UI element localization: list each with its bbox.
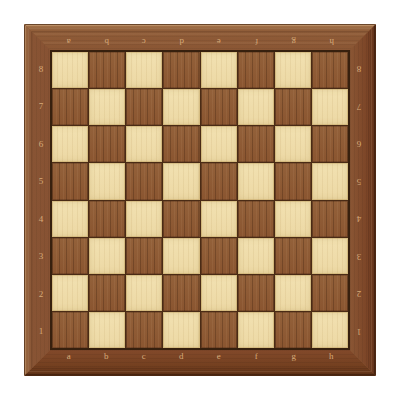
coordinate-label-d: d (163, 350, 201, 362)
coordinate-label-a: a (50, 350, 88, 362)
square-a7[interactable] (52, 89, 88, 125)
square-b4[interactable] (89, 201, 125, 237)
coordinate-label-f: f (238, 36, 276, 48)
square-e7[interactable] (201, 89, 237, 125)
square-a6[interactable] (52, 126, 88, 162)
rank-labels-left: 87654321 (35, 50, 47, 350)
square-e2[interactable] (201, 275, 237, 311)
square-f2[interactable] (238, 275, 274, 311)
square-d5[interactable] (163, 163, 199, 199)
square-g7[interactable] (275, 89, 311, 125)
square-a4[interactable] (52, 201, 88, 237)
coordinate-label-a: a (50, 36, 88, 48)
square-d8[interactable] (163, 52, 199, 88)
square-c6[interactable] (126, 126, 162, 162)
coordinate-label-1: 1 (353, 313, 365, 351)
square-b3[interactable] (89, 238, 125, 274)
coordinate-label-8: 8 (353, 50, 365, 88)
square-a5[interactable] (52, 163, 88, 199)
coordinate-label-2: 2 (353, 275, 365, 313)
square-h5[interactable] (312, 163, 348, 199)
coordinate-label-2: 2 (35, 275, 47, 313)
square-e5[interactable] (201, 163, 237, 199)
square-g1[interactable] (275, 312, 311, 348)
file-labels-bottom: abcdefgh (50, 350, 350, 362)
square-f5[interactable] (238, 163, 274, 199)
square-g4[interactable] (275, 201, 311, 237)
coordinate-label-7: 7 (353, 88, 365, 126)
square-e8[interactable] (201, 52, 237, 88)
coordinate-label-e: e (200, 36, 238, 48)
square-d4[interactable] (163, 201, 199, 237)
square-c4[interactable] (126, 201, 162, 237)
rank-labels-right: 87654321 (353, 50, 365, 350)
square-h8[interactable] (312, 52, 348, 88)
square-g5[interactable] (275, 163, 311, 199)
coordinate-label-b: b (88, 36, 126, 48)
square-a8[interactable] (52, 52, 88, 88)
coordinate-label-g: g (275, 350, 313, 362)
coordinate-label-e: e (200, 350, 238, 362)
square-d2[interactable] (163, 275, 199, 311)
square-a1[interactable] (52, 312, 88, 348)
square-f7[interactable] (238, 89, 274, 125)
square-h1[interactable] (312, 312, 348, 348)
coordinate-label-5: 5 (35, 163, 47, 201)
file-labels-top: abcdefgh (50, 36, 350, 48)
square-c1[interactable] (126, 312, 162, 348)
square-h3[interactable] (312, 238, 348, 274)
square-h7[interactable] (312, 89, 348, 125)
square-h2[interactable] (312, 275, 348, 311)
square-g2[interactable] (275, 275, 311, 311)
square-f8[interactable] (238, 52, 274, 88)
coordinate-label-6: 6 (35, 125, 47, 163)
coordinate-label-6: 6 (353, 125, 365, 163)
square-g3[interactable] (275, 238, 311, 274)
square-b8[interactable] (89, 52, 125, 88)
coordinate-label-3: 3 (35, 238, 47, 276)
square-g8[interactable] (275, 52, 311, 88)
square-f6[interactable] (238, 126, 274, 162)
coordinate-label-b: b (88, 350, 126, 362)
square-d1[interactable] (163, 312, 199, 348)
square-h4[interactable] (312, 201, 348, 237)
coordinate-label-g: g (275, 36, 313, 48)
square-a2[interactable] (52, 275, 88, 311)
coordinate-label-f: f (238, 350, 276, 362)
square-b6[interactable] (89, 126, 125, 162)
coordinate-label-4: 4 (353, 200, 365, 238)
coordinate-label-3: 3 (353, 238, 365, 276)
coordinate-label-7: 7 (35, 88, 47, 126)
square-c2[interactable] (126, 275, 162, 311)
square-c7[interactable] (126, 89, 162, 125)
square-e1[interactable] (201, 312, 237, 348)
square-c3[interactable] (126, 238, 162, 274)
square-b5[interactable] (89, 163, 125, 199)
square-e6[interactable] (201, 126, 237, 162)
square-b2[interactable] (89, 275, 125, 311)
square-f4[interactable] (238, 201, 274, 237)
coordinate-label-d: d (163, 36, 201, 48)
square-b1[interactable] (89, 312, 125, 348)
coordinate-label-c: c (125, 350, 163, 362)
coordinate-label-c: c (125, 36, 163, 48)
square-d7[interactable] (163, 89, 199, 125)
square-b7[interactable] (89, 89, 125, 125)
chess-board: abcdefgh abcdefgh 87654321 87654321 (24, 24, 376, 376)
square-c8[interactable] (126, 52, 162, 88)
square-h6[interactable] (312, 126, 348, 162)
square-g6[interactable] (275, 126, 311, 162)
coordinate-label-4: 4 (35, 200, 47, 238)
square-d3[interactable] (163, 238, 199, 274)
square-a3[interactable] (52, 238, 88, 274)
coordinate-label-8: 8 (35, 50, 47, 88)
coordinate-label-h: h (313, 36, 351, 48)
square-c5[interactable] (126, 163, 162, 199)
board-field (50, 50, 350, 350)
square-f1[interactable] (238, 312, 274, 348)
coordinate-label-h: h (313, 350, 351, 362)
coordinate-label-1: 1 (35, 313, 47, 351)
coordinate-label-5: 5 (353, 163, 365, 201)
square-e3[interactable] (201, 238, 237, 274)
square-e4[interactable] (201, 201, 237, 237)
square-d6[interactable] (163, 126, 199, 162)
square-f3[interactable] (238, 238, 274, 274)
